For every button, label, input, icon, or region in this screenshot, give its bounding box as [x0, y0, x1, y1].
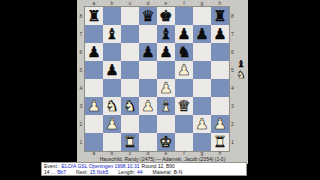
square-f3[interactable]: ♛ — [175, 97, 193, 115]
square-e6[interactable]: ♟ — [157, 43, 175, 61]
file-label-f: f — [175, 0, 193, 7]
file-label-g: g — [193, 0, 211, 7]
letterbox-right — [248, 0, 320, 180]
game-info-box: Event : ELO/A GSL Openingen 1998.10.31 R… — [41, 162, 247, 176]
move-info-line: 14 ... Bb7 Next: 15 Nxb5 Length: 44 Mate… — [44, 169, 244, 175]
square-a6[interactable]: ♟ — [85, 43, 103, 61]
square-f8[interactable] — [175, 7, 193, 25]
square-g7[interactable]: ♟ — [193, 25, 211, 43]
file-label-h: h — [211, 0, 229, 7]
square-c2[interactable] — [121, 115, 139, 133]
material-value: B-N — [174, 169, 183, 175]
square-b2[interactable]: ♟ — [103, 115, 121, 133]
square-f5[interactable]: ♟ — [175, 61, 193, 79]
file-label-e: e — [157, 0, 175, 7]
file-label-d: d — [139, 0, 157, 7]
square-d3[interactable]: ♟ — [139, 97, 157, 115]
square-d4[interactable] — [139, 79, 157, 97]
white-knight-c3: ♞ — [123, 99, 136, 114]
square-f6[interactable]: ♞ — [175, 43, 193, 61]
square-e1[interactable]: ♚ — [157, 133, 175, 151]
square-h3[interactable] — [211, 97, 229, 115]
square-c4[interactable] — [121, 79, 139, 97]
square-h8[interactable]: ♜ — [211, 7, 229, 25]
square-c6[interactable] — [121, 43, 139, 61]
black-rook-a8: ♜ — [87, 9, 100, 24]
square-c7[interactable] — [121, 25, 139, 43]
rank-label-2: 2 — [77, 115, 85, 133]
square-g4[interactable] — [193, 79, 211, 97]
chess-viewer-panel: abcdefgh 87654321 ♜♛♚♜♝♝♟♟♟♟♟♟♞♟♟♟♟♞♞♟♝♛… — [77, 0, 248, 164]
square-d5[interactable] — [139, 61, 157, 79]
square-c8[interactable] — [121, 7, 139, 25]
captured-white-knight-icon: ♞ — [237, 69, 246, 80]
move-number-label: 14 ... — [44, 169, 55, 175]
square-b1[interactable] — [103, 133, 121, 151]
square-b8[interactable] — [103, 7, 121, 25]
square-e4[interactable]: ♟ — [157, 79, 175, 97]
square-h1[interactable]: ♜ — [211, 133, 229, 151]
square-a7[interactable] — [85, 25, 103, 43]
rank-label-4: 4 — [77, 79, 85, 97]
white-pawn-a3: ♟ — [87, 99, 100, 114]
white-rook-h1: ♜ — [213, 135, 226, 150]
square-g6[interactable] — [193, 43, 211, 61]
file-label-c: c — [121, 0, 139, 7]
black-knight-f6: ♞ — [177, 45, 190, 60]
white-king-e1: ♚ — [159, 135, 172, 150]
rank-label-8: 8 — [77, 7, 85, 25]
square-f2[interactable] — [175, 115, 193, 133]
length-label: Length: — [118, 169, 135, 175]
black-pawn-d6: ♟ — [141, 45, 154, 60]
file-labels-top: abcdefgh — [85, 0, 229, 7]
black-queen-d8: ♛ — [141, 9, 154, 24]
black-pawn-g7: ♟ — [195, 27, 208, 42]
square-g5[interactable] — [193, 61, 211, 79]
white-pawn-f5: ♟ — [177, 63, 190, 78]
square-e5[interactable] — [157, 61, 175, 79]
square-h4[interactable] — [211, 79, 229, 97]
rank-label-2: 2 — [229, 115, 236, 133]
black-bishop-b7: ♝ — [105, 27, 118, 42]
white-bishop-e3: ♝ — [159, 99, 172, 114]
black-bishop-e7: ♝ — [159, 27, 172, 42]
captured-black-bishop-icon: ♝ — [237, 58, 246, 69]
square-d7[interactable] — [139, 25, 157, 43]
square-a8[interactable]: ♜ — [85, 7, 103, 25]
square-g1[interactable] — [193, 133, 211, 151]
length-value: 44 — [137, 169, 143, 175]
square-a3[interactable]: ♟ — [85, 97, 103, 115]
rank-label-7: 7 — [229, 25, 236, 43]
rank-label-8: 8 — [229, 7, 236, 25]
square-b3[interactable]: ♞ — [103, 97, 121, 115]
rank-label-5: 5 — [77, 61, 85, 79]
letterbox-left — [0, 0, 77, 180]
black-pawn-e6: ♟ — [159, 45, 172, 60]
rank-label-3: 3 — [77, 97, 85, 115]
rank-labels-left: 87654321 — [77, 7, 85, 151]
next-move-value[interactable]: 15 Nxb5 — [90, 169, 109, 175]
white-queen-f3: ♛ — [177, 99, 190, 114]
square-c5[interactable] — [121, 61, 139, 79]
square-b6[interactable] — [103, 43, 121, 61]
white-pawn-d3: ♟ — [141, 99, 154, 114]
white-pawn-h2: ♟ — [213, 117, 226, 132]
square-b4[interactable] — [103, 79, 121, 97]
square-e8[interactable]: ♚ — [157, 7, 175, 25]
black-pawn-b5: ♟ — [105, 63, 118, 78]
square-c1[interactable]: ♜ — [121, 133, 139, 151]
black-rook-h8: ♜ — [213, 9, 226, 24]
square-h5[interactable] — [211, 61, 229, 79]
rank-label-3: 3 — [229, 97, 236, 115]
square-h2[interactable]: ♟ — [211, 115, 229, 133]
square-e2[interactable] — [157, 115, 175, 133]
rank-label-1: 1 — [229, 133, 236, 151]
rank-label-7: 7 — [77, 25, 85, 43]
rank-label-4: 4 — [229, 79, 236, 97]
white-pawn-e4: ♟ — [159, 81, 172, 96]
white-knight-b3: ♞ — [105, 99, 118, 114]
black-pawn-f7: ♟ — [177, 27, 190, 42]
square-a1[interactable] — [85, 133, 103, 151]
square-f7[interactable]: ♟ — [175, 25, 193, 43]
white-pawn-b2: ♟ — [105, 117, 118, 132]
square-c3[interactable]: ♞ — [121, 97, 139, 115]
file-label-b: b — [103, 0, 121, 7]
square-g8[interactable] — [193, 7, 211, 25]
last-move-value[interactable]: Bb7 — [57, 169, 66, 175]
file-label-a: a — [85, 0, 103, 7]
white-rook-c1: ♜ — [123, 135, 136, 150]
square-b7[interactable]: ♝ — [103, 25, 121, 43]
square-d2[interactable] — [139, 115, 157, 133]
square-a2[interactable] — [85, 115, 103, 133]
square-h7[interactable]: ♟ — [211, 25, 229, 43]
square-d8[interactable]: ♛ — [139, 7, 157, 25]
square-a5[interactable] — [85, 61, 103, 79]
square-e3[interactable]: ♝ — [157, 97, 175, 115]
material-imbalance-tray: ♝♞ — [234, 58, 248, 80]
white-pawn-g2: ♟ — [195, 117, 208, 132]
square-d1[interactable] — [139, 133, 157, 151]
square-a4[interactable] — [85, 79, 103, 97]
chess-board: ♜♛♚♜♝♝♟♟♟♟♟♟♞♟♟♟♟♞♞♟♝♛♟♟♟♜♚♜ — [85, 7, 229, 151]
square-g2[interactable]: ♟ — [193, 115, 211, 133]
material-label: Material: — [153, 169, 172, 175]
black-pawn-a6: ♟ — [87, 45, 100, 60]
square-b5[interactable]: ♟ — [103, 61, 121, 79]
black-pawn-h7: ♟ — [213, 27, 226, 42]
square-f4[interactable] — [175, 79, 193, 97]
rank-label-6: 6 — [77, 43, 85, 61]
square-h6[interactable] — [211, 43, 229, 61]
square-g3[interactable] — [193, 97, 211, 115]
next-label: Next: — [76, 169, 88, 175]
rank-label-1: 1 — [77, 133, 85, 151]
square-f1[interactable] — [175, 133, 193, 151]
square-d6[interactable]: ♟ — [139, 43, 157, 61]
square-e7[interactable]: ♝ — [157, 25, 175, 43]
black-king-e8: ♚ — [159, 9, 172, 24]
